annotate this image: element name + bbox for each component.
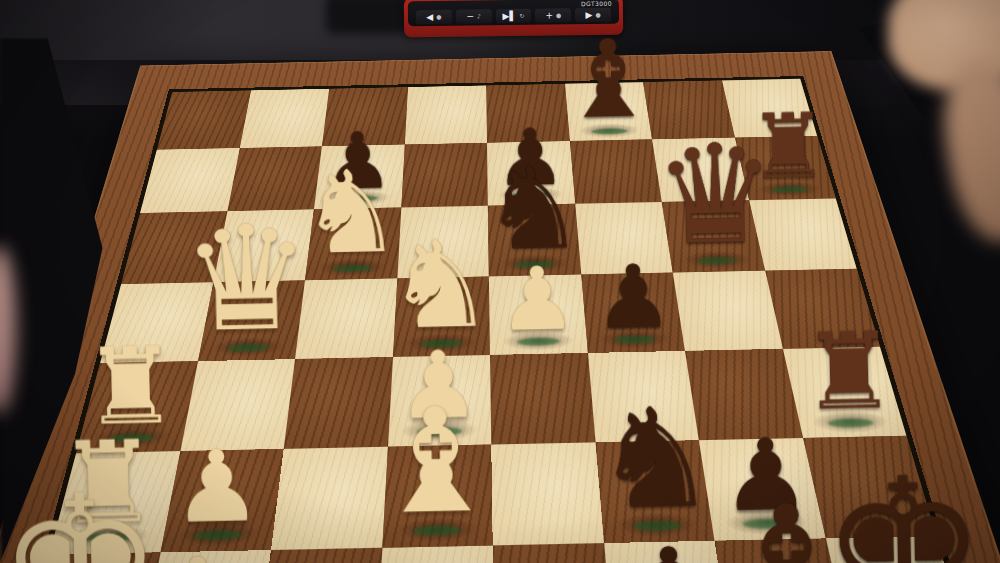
- square-a2[interactable]: [239, 89, 329, 148]
- piece-black-rook-b8[interactable]: ♜: [748, 104, 829, 190]
- square-c1[interactable]: [121, 211, 227, 284]
- piece-black-pawn-b5[interactable]: ♟: [494, 120, 565, 195]
- piece-white-pawn-g2[interactable]: ♟: [150, 546, 247, 563]
- felt-base: [512, 192, 550, 199]
- piece-black-pawn-g6[interactable]: ♟: [621, 536, 718, 563]
- piece-black-knight-f6[interactable]: ♞: [593, 393, 719, 526]
- square-d5[interactable]: ♟: [489, 274, 588, 355]
- piece-shadow: [499, 186, 564, 203]
- square-f5[interactable]: [491, 442, 603, 545]
- felt-base: [591, 128, 628, 134]
- square-b1[interactable]: [140, 148, 239, 213]
- square-a3[interactable]: [322, 87, 408, 146]
- chess-board[interactable]: ♝♟♟♜♞♞♛♛♞♟♟♜♟♜♜♟♝♞♟♚♟♟♝♚♟♟: [0, 51, 1000, 563]
- piece-white-knight-d4[interactable]: ♞: [385, 227, 496, 344]
- piece-shadow: [211, 336, 286, 357]
- board-squares: ♝♟♟♜♞♞♛♛♞♟♟♜♟♜♜♟♝♞♟♚♟♟♝♚♟♟: [0, 79, 1000, 563]
- felt-base: [514, 261, 554, 268]
- square-c5[interactable]: ♞: [488, 204, 581, 276]
- felt-base: [613, 336, 656, 344]
- piece-white-queen-d2[interactable]: ♛: [181, 208, 313, 348]
- square-g5[interactable]: [493, 543, 614, 563]
- piece-shadow: [579, 123, 641, 138]
- square-c4[interactable]: [397, 206, 489, 278]
- square-d2[interactable]: ♛: [198, 280, 305, 361]
- piece-shadow: [756, 180, 824, 197]
- square-d6[interactable]: ♟: [581, 272, 685, 353]
- piece-white-knight-c3[interactable]: ♞: [299, 158, 403, 268]
- square-a6[interactable]: ♝: [565, 82, 652, 141]
- piece-shadow: [502, 330, 574, 351]
- square-c7[interactable]: ♛: [662, 200, 765, 272]
- square-a1[interactable]: [157, 90, 251, 149]
- piece-white-pawn-f2[interactable]: ♟: [172, 439, 263, 535]
- square-b7[interactable]: [652, 137, 749, 202]
- square-b2[interactable]: [227, 146, 322, 211]
- square-a4[interactable]: [404, 85, 487, 144]
- felt-base: [339, 195, 377, 202]
- square-d3[interactable]: [295, 278, 397, 359]
- square-e5[interactable]: [490, 353, 595, 444]
- square-d7[interactable]: [673, 270, 783, 351]
- piece-black-pawn-b3[interactable]: ♟: [322, 123, 393, 198]
- square-c8[interactable]: [749, 198, 857, 270]
- square-g6[interactable]: ♟: [604, 541, 733, 563]
- square-b3[interactable]: ♟: [314, 144, 405, 209]
- tournament-photo: DGT3000 ◀●−♪▶▌↻+●▶● ♝♟♟♜♞♞♛♛♞♟♟♜♟♜♜♟♝♞♟♚…: [0, 0, 1000, 563]
- felt-base: [332, 265, 373, 272]
- square-g4[interactable]: [375, 545, 494, 563]
- piece-shadow: [317, 258, 386, 277]
- piece-shadow: [326, 189, 391, 206]
- piece-shadow: [681, 250, 752, 269]
- felt-base: [226, 344, 270, 352]
- square-c2[interactable]: [213, 209, 314, 282]
- felt-base: [770, 186, 809, 193]
- square-b4[interactable]: [401, 142, 488, 207]
- square-b6[interactable]: [569, 139, 661, 204]
- square-a8[interactable]: [722, 79, 817, 137]
- square-c6[interactable]: [575, 202, 673, 274]
- piece-shadow: [500, 254, 568, 273]
- square-g8[interactable]: ♚: [825, 536, 970, 563]
- piece-black-pawn-d6[interactable]: ♟: [594, 255, 674, 339]
- square-g3[interactable]: [256, 548, 382, 563]
- board-scene: ♝♟♟♜♞♞♛♛♞♟♟♜♟♜♜♟♝♞♟♚♟♟♝♚♟♟: [0, 0, 1000, 563]
- piece-shadow: [598, 328, 672, 349]
- square-f3[interactable]: [271, 446, 388, 550]
- piece-black-bishop-a6[interactable]: ♝: [559, 27, 657, 131]
- square-a5[interactable]: [486, 84, 569, 143]
- square-b8[interactable]: ♜: [735, 136, 836, 201]
- square-a7[interactable]: [643, 81, 734, 140]
- piece-white-bishop-f4[interactable]: ♝: [370, 391, 502, 530]
- square-g1[interactable]: ♚: [18, 552, 160, 563]
- piece-white-pawn-d5[interactable]: ♟: [497, 257, 577, 341]
- square-b5[interactable]: ♟: [487, 141, 575, 206]
- square-c3[interactable]: ♞: [305, 208, 401, 280]
- felt-base: [517, 338, 560, 346]
- square-f4[interactable]: ♝: [382, 444, 493, 548]
- piece-black-knight-c5[interactable]: ♞: [481, 154, 585, 264]
- piece-black-king-g8[interactable]: ♚: [820, 457, 988, 563]
- piece-black-queen-c7[interactable]: ♛: [653, 129, 778, 261]
- piece-black-rook-e8[interactable]: ♜: [801, 320, 898, 422]
- felt-base: [696, 257, 737, 264]
